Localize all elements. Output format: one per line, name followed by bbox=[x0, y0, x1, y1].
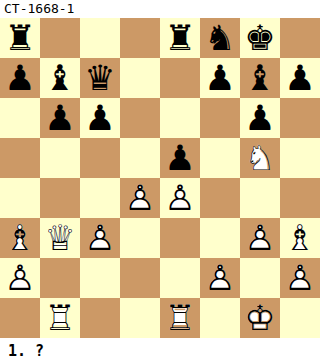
white-knight[interactable]: ♞♘ bbox=[240, 138, 280, 178]
square-c4[interactable] bbox=[80, 178, 120, 218]
square-a5[interactable] bbox=[0, 138, 40, 178]
square-b2[interactable] bbox=[40, 258, 80, 298]
square-c7[interactable]: ♛ bbox=[80, 58, 120, 98]
black-pawn[interactable]: ♟ bbox=[280, 58, 320, 98]
piece-outline: ♗ bbox=[0, 218, 40, 258]
square-e6[interactable] bbox=[160, 98, 200, 138]
piece-outline: ♙ bbox=[280, 258, 320, 298]
square-h1[interactable] bbox=[280, 298, 320, 338]
square-h6[interactable] bbox=[280, 98, 320, 138]
piece-fill: ♜ bbox=[160, 18, 200, 58]
square-g6[interactable]: ♟ bbox=[240, 98, 280, 138]
square-c3[interactable]: ♟♙ bbox=[80, 218, 120, 258]
square-b1[interactable]: ♜♖ bbox=[40, 298, 80, 338]
piece-outline: ♔ bbox=[240, 298, 280, 338]
black-pawn[interactable]: ♟ bbox=[200, 58, 240, 98]
puzzle-title: CT-1668-1 bbox=[0, 0, 320, 18]
square-e4[interactable]: ♟♙ bbox=[160, 178, 200, 218]
square-h3[interactable]: ♝♗ bbox=[280, 218, 320, 258]
square-c2[interactable] bbox=[80, 258, 120, 298]
piece-fill: ♟ bbox=[40, 98, 80, 138]
piece-outline: ♗ bbox=[280, 218, 320, 258]
square-d3[interactable] bbox=[120, 218, 160, 258]
piece-outline: ♙ bbox=[200, 258, 240, 298]
piece-fill: ♝ bbox=[240, 58, 280, 98]
move-prompt: 1. ? bbox=[0, 338, 320, 360]
square-f2[interactable]: ♟♙ bbox=[200, 258, 240, 298]
chess-puzzle-page: CT-1668-1 ♜♜♞♚♟♝♛♟♝♟♟♟♟♟♞♘♟♙♟♙♝♗♛♕♟♙♟♙♝♗… bbox=[0, 0, 320, 360]
white-pawn[interactable]: ♟♙ bbox=[160, 178, 200, 218]
square-b6[interactable]: ♟ bbox=[40, 98, 80, 138]
square-e1[interactable]: ♜♖ bbox=[160, 298, 200, 338]
square-d6[interactable] bbox=[120, 98, 160, 138]
piece-fill: ♟ bbox=[200, 58, 240, 98]
piece-outline: ♕ bbox=[40, 218, 80, 258]
square-g7[interactable]: ♝ bbox=[240, 58, 280, 98]
white-bishop[interactable]: ♝♗ bbox=[0, 218, 40, 258]
square-b7[interactable]: ♝ bbox=[40, 58, 80, 98]
square-a7[interactable]: ♟ bbox=[0, 58, 40, 98]
square-e8[interactable]: ♜ bbox=[160, 18, 200, 58]
square-d8[interactable] bbox=[120, 18, 160, 58]
square-f3[interactable] bbox=[200, 218, 240, 258]
black-bishop[interactable]: ♝ bbox=[40, 58, 80, 98]
square-g4[interactable] bbox=[240, 178, 280, 218]
piece-fill: ♚ bbox=[240, 18, 280, 58]
square-a4[interactable] bbox=[0, 178, 40, 218]
square-d4[interactable]: ♟♙ bbox=[120, 178, 160, 218]
chess-board: ♜♜♞♚♟♝♛♟♝♟♟♟♟♟♞♘♟♙♟♙♝♗♛♕♟♙♟♙♝♗♟♙♟♙♟♙♜♖♜♖… bbox=[0, 18, 320, 338]
white-bishop[interactable]: ♝♗ bbox=[280, 218, 320, 258]
piece-outline: ♙ bbox=[0, 258, 40, 298]
square-f5[interactable] bbox=[200, 138, 240, 178]
black-pawn[interactable]: ♟ bbox=[0, 58, 40, 98]
white-queen[interactable]: ♛♕ bbox=[40, 218, 80, 258]
white-king[interactable]: ♚♔ bbox=[240, 298, 280, 338]
black-rook[interactable]: ♜ bbox=[0, 18, 40, 58]
piece-fill: ♟ bbox=[240, 98, 280, 138]
square-g2[interactable] bbox=[240, 258, 280, 298]
square-h5[interactable] bbox=[280, 138, 320, 178]
square-f4[interactable] bbox=[200, 178, 240, 218]
square-a6[interactable] bbox=[0, 98, 40, 138]
square-g1[interactable]: ♚♔ bbox=[240, 298, 280, 338]
square-d5[interactable] bbox=[120, 138, 160, 178]
piece-fill: ♞ bbox=[200, 18, 240, 58]
square-c5[interactable] bbox=[80, 138, 120, 178]
square-a1[interactable] bbox=[0, 298, 40, 338]
black-rook[interactable]: ♜ bbox=[160, 18, 200, 58]
square-c6[interactable]: ♟ bbox=[80, 98, 120, 138]
square-d1[interactable] bbox=[120, 298, 160, 338]
square-b5[interactable] bbox=[40, 138, 80, 178]
piece-fill: ♛ bbox=[80, 58, 120, 98]
square-c1[interactable] bbox=[80, 298, 120, 338]
piece-fill: ♜ bbox=[0, 18, 40, 58]
square-a2[interactable]: ♟♙ bbox=[0, 258, 40, 298]
piece-outline: ♙ bbox=[160, 178, 200, 218]
square-c8[interactable] bbox=[80, 18, 120, 58]
piece-fill: ♟ bbox=[280, 58, 320, 98]
piece-fill: ♟ bbox=[160, 138, 200, 178]
white-pawn[interactable]: ♟♙ bbox=[0, 258, 40, 298]
square-f1[interactable] bbox=[200, 298, 240, 338]
black-knight[interactable]: ♞ bbox=[200, 18, 240, 58]
square-f6[interactable] bbox=[200, 98, 240, 138]
piece-outline: ♖ bbox=[40, 298, 80, 338]
square-a3[interactable]: ♝♗ bbox=[0, 218, 40, 258]
black-king[interactable]: ♚ bbox=[240, 18, 280, 58]
black-bishop[interactable]: ♝ bbox=[240, 58, 280, 98]
square-e7[interactable] bbox=[160, 58, 200, 98]
white-pawn[interactable]: ♟♙ bbox=[240, 218, 280, 258]
square-g5[interactable]: ♞♘ bbox=[240, 138, 280, 178]
piece-fill: ♟ bbox=[80, 98, 120, 138]
black-pawn[interactable]: ♟ bbox=[40, 98, 80, 138]
square-b3[interactable]: ♛♕ bbox=[40, 218, 80, 258]
white-pawn[interactable]: ♟♙ bbox=[80, 218, 120, 258]
piece-fill: ♝ bbox=[40, 58, 80, 98]
white-rook[interactable]: ♜♖ bbox=[160, 298, 200, 338]
white-rook[interactable]: ♜♖ bbox=[40, 298, 80, 338]
white-pawn[interactable]: ♟♙ bbox=[120, 178, 160, 218]
square-h8[interactable] bbox=[280, 18, 320, 58]
square-d2[interactable] bbox=[120, 258, 160, 298]
square-h4[interactable] bbox=[280, 178, 320, 218]
piece-outline: ♖ bbox=[160, 298, 200, 338]
white-pawn[interactable]: ♟♙ bbox=[280, 258, 320, 298]
square-e2[interactable] bbox=[160, 258, 200, 298]
black-pawn[interactable]: ♟ bbox=[160, 138, 200, 178]
square-e5[interactable]: ♟ bbox=[160, 138, 200, 178]
piece-outline: ♙ bbox=[240, 218, 280, 258]
black-pawn[interactable]: ♟ bbox=[240, 98, 280, 138]
square-b8[interactable] bbox=[40, 18, 80, 58]
square-h7[interactable]: ♟ bbox=[280, 58, 320, 98]
square-e3[interactable] bbox=[160, 218, 200, 258]
square-a8[interactable]: ♜ bbox=[0, 18, 40, 58]
square-g3[interactable]: ♟♙ bbox=[240, 218, 280, 258]
square-g8[interactable]: ♚ bbox=[240, 18, 280, 58]
piece-outline: ♙ bbox=[80, 218, 120, 258]
piece-outline: ♘ bbox=[240, 138, 280, 178]
square-f8[interactable]: ♞ bbox=[200, 18, 240, 58]
white-pawn[interactable]: ♟♙ bbox=[200, 258, 240, 298]
square-f7[interactable]: ♟ bbox=[200, 58, 240, 98]
square-d7[interactable] bbox=[120, 58, 160, 98]
square-h2[interactable]: ♟♙ bbox=[280, 258, 320, 298]
black-queen[interactable]: ♛ bbox=[80, 58, 120, 98]
piece-fill: ♟ bbox=[0, 58, 40, 98]
black-pawn[interactable]: ♟ bbox=[80, 98, 120, 138]
square-b4[interactable] bbox=[40, 178, 80, 218]
piece-outline: ♙ bbox=[120, 178, 160, 218]
